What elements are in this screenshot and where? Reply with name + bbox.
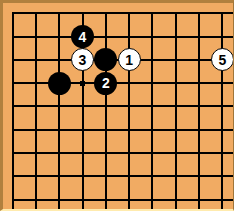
move-number: 5 <box>218 53 226 67</box>
black-stone <box>48 72 71 95</box>
grid-line-vertical <box>12 12 14 209</box>
star-point <box>80 81 85 86</box>
move-number: 2 <box>102 76 110 90</box>
grid-line-horizontal <box>12 129 233 131</box>
grid-line-horizontal <box>12 152 233 154</box>
grid-line-horizontal <box>12 199 233 201</box>
grid-line-horizontal <box>12 82 233 84</box>
grid-line-vertical <box>151 12 153 209</box>
move-number: 1 <box>125 53 133 67</box>
move-number: 4 <box>79 30 87 44</box>
white-stone: 3 <box>71 48 94 71</box>
move-number: 3 <box>79 53 87 67</box>
grid-line-vertical <box>58 12 60 209</box>
go-board: 12345 <box>3 3 233 209</box>
grid-line-vertical <box>105 12 107 209</box>
grid-line-horizontal <box>12 36 233 38</box>
grid-line-vertical <box>128 12 130 209</box>
grid-line-vertical <box>35 12 37 209</box>
grid-line-vertical <box>198 12 200 209</box>
go-diagram: 12345 <box>0 0 234 211</box>
grid-line-horizontal <box>12 175 233 177</box>
black-stone: 4 <box>71 25 94 48</box>
white-stone: 1 <box>118 48 141 71</box>
grid-line-horizontal <box>12 12 233 14</box>
grid-line-vertical <box>221 12 223 209</box>
white-stone: 5 <box>211 48 234 71</box>
grid-line-vertical <box>175 12 177 209</box>
black-stone: 2 <box>94 72 117 95</box>
grid-line-horizontal <box>12 105 233 107</box>
black-stone <box>94 48 117 71</box>
